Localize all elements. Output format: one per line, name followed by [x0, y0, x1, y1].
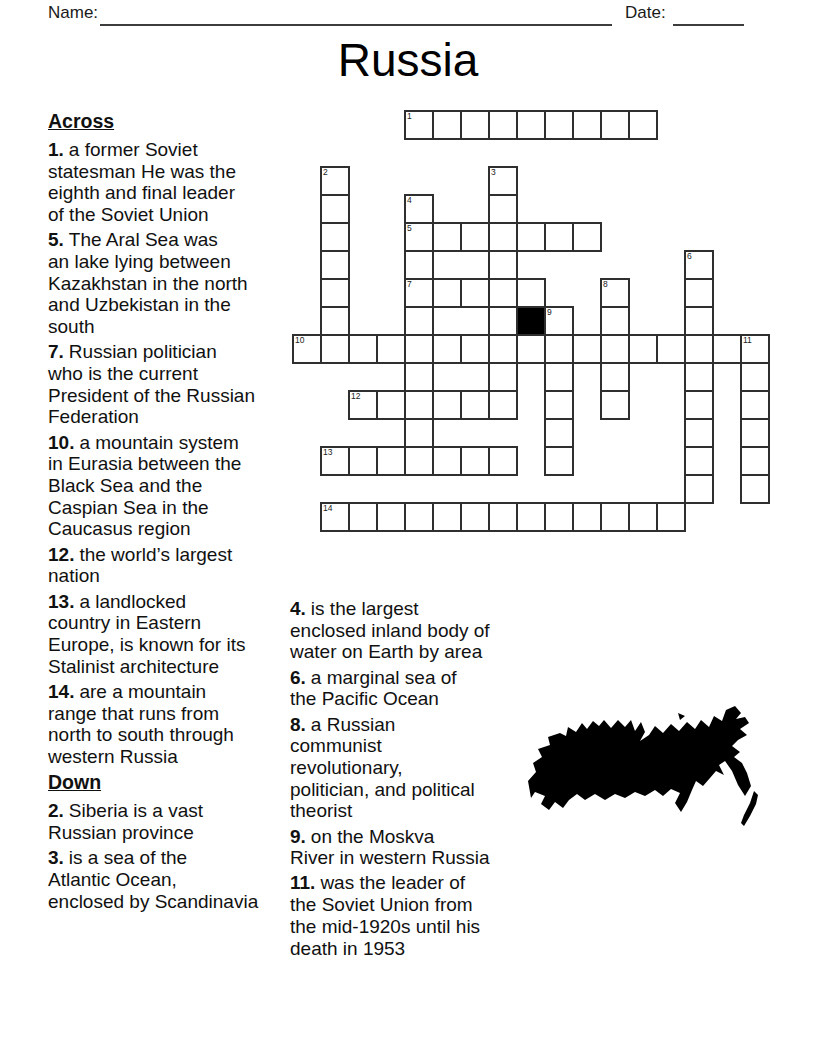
- cell-r14c13[interactable]: [656, 502, 686, 532]
- cell-r14c4[interactable]: [404, 502, 434, 532]
- cell-r14c3[interactable]: [376, 502, 406, 532]
- cell-r7c1[interactable]: [320, 306, 350, 336]
- cell-r12c3[interactable]: [376, 446, 406, 476]
- cell-r12c2[interactable]: [348, 446, 378, 476]
- cell-r8c1[interactable]: [320, 334, 350, 364]
- cell-r8c2[interactable]: [348, 334, 378, 364]
- cell-r12c4[interactable]: [404, 446, 434, 476]
- cell-r6c7[interactable]: [488, 278, 518, 308]
- cell-r9c11[interactable]: [600, 362, 630, 392]
- cell-r10c7[interactable]: [488, 390, 518, 420]
- cell-r10c16[interactable]: [740, 390, 770, 420]
- clue-down-3: 3.is a sea of the Atlantic Ocean, enclos…: [48, 847, 296, 912]
- cell-r12c9[interactable]: [544, 446, 574, 476]
- cell-r0c5[interactable]: [432, 110, 462, 140]
- clue-down-8: 8.a Russian communist revolutionary, pol…: [290, 714, 538, 823]
- cell-r7c4[interactable]: [404, 306, 434, 336]
- cell-r11c16[interactable]: [740, 418, 770, 448]
- cell-r12c6[interactable]: [460, 446, 490, 476]
- date-label: Date:: [625, 3, 666, 23]
- cell-r6c8[interactable]: [516, 278, 546, 308]
- cell-r10c4[interactable]: [404, 390, 434, 420]
- cell-r7c11[interactable]: [600, 306, 630, 336]
- cell-r10c3[interactable]: [376, 390, 406, 420]
- cell-r14c2[interactable]: [348, 502, 378, 532]
- cell-r14c9[interactable]: [544, 502, 574, 532]
- clue-down-2: 2.Siberia is a vast Russian province: [48, 800, 296, 843]
- clue-across-5: 5.The Aral Sea was an lake lying between…: [48, 229, 296, 338]
- cell-r5c7[interactable]: [488, 250, 518, 280]
- cell-r5c14[interactable]: [684, 250, 714, 280]
- russia-map-silhouette: [528, 704, 770, 840]
- cell-r10c14[interactable]: [684, 390, 714, 420]
- cell-r10c6[interactable]: [460, 390, 490, 420]
- cell-r6c1[interactable]: [320, 278, 350, 308]
- clue-down-6: 6.a marginal sea of the Pacific Ocean: [290, 667, 538, 710]
- cell-r10c9[interactable]: [544, 390, 574, 420]
- cell-r4c6[interactable]: [460, 222, 490, 252]
- cell-r8c5[interactable]: [432, 334, 462, 364]
- cell-r9c4[interactable]: [404, 362, 434, 392]
- cell-r2c7[interactable]: [488, 166, 518, 196]
- clue-column-middle: 4.is the largest enclosed inland body of…: [290, 598, 538, 963]
- cell-r3c4[interactable]: [404, 194, 434, 224]
- worksheet-page: Name: Date: Russia Across 1.a former Sov…: [0, 0, 816, 1056]
- clue-across-10: 10.a mountain system in Eurasia between …: [48, 432, 296, 541]
- across-heading: Across: [48, 110, 296, 132]
- cell-r0c7[interactable]: [488, 110, 518, 140]
- clue-down-4: 4.is the largest enclosed inland body of…: [290, 598, 538, 663]
- cell-r14c6[interactable]: [460, 502, 490, 532]
- cell-r9c14[interactable]: [684, 362, 714, 392]
- cell-r7c7[interactable]: [488, 306, 518, 336]
- date-blank-line[interactable]: [673, 9, 744, 26]
- cell-r6c4[interactable]: [404, 278, 434, 308]
- cell-r9c7[interactable]: [488, 362, 518, 392]
- cell-r13c16[interactable]: [740, 474, 770, 504]
- cell-r14c11[interactable]: [600, 502, 630, 532]
- cell-r5c1[interactable]: [320, 250, 350, 280]
- crossword-grid: 1234567891011121314: [292, 110, 770, 532]
- cell-r4c1[interactable]: [320, 222, 350, 252]
- cell-r8c13[interactable]: [656, 334, 686, 364]
- cell-r0c12[interactable]: [628, 110, 658, 140]
- cell-r4c4[interactable]: [404, 222, 434, 252]
- cell-r4c7[interactable]: [488, 222, 518, 252]
- cell-r10c2[interactable]: [348, 390, 378, 420]
- cell-r14c7[interactable]: [488, 502, 518, 532]
- cell-r14c12[interactable]: [628, 502, 658, 532]
- cell-r8c16[interactable]: [740, 334, 770, 364]
- cell-r4c9[interactable]: [544, 222, 574, 252]
- cell-r8c15[interactable]: [712, 334, 742, 364]
- cell-r8c12[interactable]: [628, 334, 658, 364]
- cell-r8c14[interactable]: [684, 334, 714, 364]
- cell-r10c11[interactable]: [600, 390, 630, 420]
- cell-r7c14[interactable]: [684, 306, 714, 336]
- cell-r0c6[interactable]: [460, 110, 490, 140]
- cell-r0c10[interactable]: [572, 110, 602, 140]
- clue-down-9: 9.on the Moskva River in western Russia: [290, 826, 538, 869]
- cell-r3c7[interactable]: [488, 194, 518, 224]
- cell-r12c16[interactable]: [740, 446, 770, 476]
- cell-r6c5[interactable]: [432, 278, 462, 308]
- cell-r6c14[interactable]: [684, 278, 714, 308]
- clue-across-13: 13.a landlocked country in Eastern Europ…: [48, 591, 296, 678]
- cell-r12c5[interactable]: [432, 446, 462, 476]
- cell-r8c8[interactable]: [516, 334, 546, 364]
- cell-r8c4[interactable]: [404, 334, 434, 364]
- clue-down-11: 11.was the leader of the Soviet Union fr…: [290, 872, 538, 959]
- cell-r11c9[interactable]: [544, 418, 574, 448]
- clue-across-14: 14.are a mountain range that runs from n…: [48, 681, 296, 768]
- name-blank-line[interactable]: [100, 9, 612, 26]
- cell-r13c14[interactable]: [684, 474, 714, 504]
- cell-r9c9[interactable]: [544, 362, 574, 392]
- cell-r8c6[interactable]: [460, 334, 490, 364]
- down-heading: Down: [48, 771, 296, 793]
- cell-r12c7[interactable]: [488, 446, 518, 476]
- cell-r5c4[interactable]: [404, 250, 434, 280]
- cell-r9c16[interactable]: [740, 362, 770, 392]
- cell-r0c8[interactable]: [516, 110, 546, 140]
- black-cell-r7c8: [516, 306, 546, 336]
- cell-r11c4[interactable]: [404, 418, 434, 448]
- clue-across-1: 1.a former Soviet statesman He was the e…: [48, 139, 296, 226]
- name-label: Name:: [48, 3, 98, 23]
- cell-r8c10[interactable]: [572, 334, 602, 364]
- cell-r8c9[interactable]: [544, 334, 574, 364]
- cell-r14c5[interactable]: [432, 502, 462, 532]
- cell-r10c5[interactable]: [432, 390, 462, 420]
- cell-r14c8[interactable]: [516, 502, 546, 532]
- page-title: Russia: [0, 33, 816, 87]
- cell-r6c11[interactable]: [600, 278, 630, 308]
- cell-r0c4[interactable]: [404, 110, 434, 140]
- cell-r2c1[interactable]: [320, 166, 350, 196]
- cell-r12c1[interactable]: [320, 446, 350, 476]
- cell-r4c10[interactable]: [572, 222, 602, 252]
- cell-r14c1[interactable]: [320, 502, 350, 532]
- cell-r4c5[interactable]: [432, 222, 462, 252]
- cell-r0c11[interactable]: [600, 110, 630, 140]
- clue-column-left: Across 1.a former Soviet statesman He wa…: [48, 110, 296, 916]
- cell-r0c9[interactable]: [544, 110, 574, 140]
- clue-across-7: 7.Russian politician who is the current …: [48, 341, 296, 428]
- cell-r8c3[interactable]: [376, 334, 406, 364]
- cell-r8c7[interactable]: [488, 334, 518, 364]
- cell-r12c14[interactable]: [684, 446, 714, 476]
- cell-r6c6[interactable]: [460, 278, 490, 308]
- cell-r7c9[interactable]: [544, 306, 574, 336]
- cell-r3c1[interactable]: [320, 194, 350, 224]
- cell-r11c14[interactable]: [684, 418, 714, 448]
- cell-r14c10[interactable]: [572, 502, 602, 532]
- cell-r4c8[interactable]: [516, 222, 546, 252]
- cell-r8c0[interactable]: [292, 334, 322, 364]
- clue-across-12: 12.the world’s largest nation: [48, 544, 296, 587]
- cell-r8c11[interactable]: [600, 334, 630, 364]
